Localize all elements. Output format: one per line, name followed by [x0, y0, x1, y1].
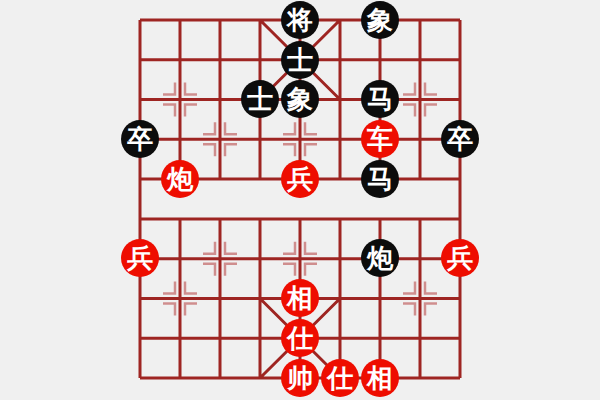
board-point-f1r5[interactable] — [160, 199, 200, 239]
red-soldier[interactable]: 兵 — [281, 160, 319, 198]
board-point-f8r4[interactable] — [440, 159, 480, 199]
board-point-f3r6[interactable] — [240, 239, 280, 279]
black-horse[interactable]: 马 — [361, 160, 399, 198]
board-point-f7r8[interactable] — [400, 318, 440, 358]
board-point-f5r4[interactable] — [320, 159, 360, 199]
board-point-f0r5[interactable] — [120, 199, 160, 239]
black-general[interactable]: 将 — [281, 1, 319, 39]
board-intersection-grid: 将象士士象马卒车卒炮兵马兵炮兵相仕帅仕相 — [120, 0, 480, 398]
board-point-f5r1[interactable] — [320, 40, 360, 80]
board-point-f7r6[interactable] — [400, 239, 440, 279]
board-point-f0r9[interactable] — [120, 358, 160, 398]
board-point-f3r4[interactable] — [240, 159, 280, 199]
board-point-f1r9[interactable] — [160, 358, 200, 398]
red-advisor[interactable]: 仕 — [281, 319, 319, 357]
board-point-f0r0[interactable] — [120, 0, 160, 40]
board-point-f1r1[interactable] — [160, 40, 200, 80]
board-point-f7r0[interactable] — [400, 0, 440, 40]
board-point-f1r0[interactable] — [160, 0, 200, 40]
board-point-f2r1[interactable] — [200, 40, 240, 80]
black-cannon[interactable]: 炮 — [361, 239, 399, 277]
red-general[interactable]: 帅 — [281, 359, 319, 397]
board-point-f1r3[interactable] — [160, 119, 200, 159]
board-point-f8r2[interactable] — [440, 80, 480, 120]
board-point-f0r2[interactable] — [120, 80, 160, 120]
board-point-f5r3[interactable] — [320, 119, 360, 159]
black-elephant[interactable]: 象 — [281, 80, 319, 118]
board-point-f7r7[interactable] — [400, 278, 440, 318]
board-point-f0r1[interactable] — [120, 40, 160, 80]
board-point-f1r8[interactable] — [160, 318, 200, 358]
board-point-f7r5[interactable] — [400, 199, 440, 239]
board-point-f3r3[interactable] — [240, 119, 280, 159]
board-point-f7r9[interactable] — [400, 358, 440, 398]
board-point-f8r7[interactable] — [440, 278, 480, 318]
board-point-f4r6[interactable] — [280, 239, 320, 279]
board-point-f5r2[interactable] — [320, 80, 360, 120]
board-point-f3r9[interactable] — [240, 358, 280, 398]
board-point-f8r0[interactable] — [440, 0, 480, 40]
black-advisor[interactable]: 士 — [241, 80, 279, 118]
board-point-f2r4[interactable] — [200, 159, 240, 199]
board-point-f3r1[interactable] — [240, 40, 280, 80]
board-point-f5r5[interactable] — [320, 199, 360, 239]
black-advisor[interactable]: 士 — [281, 41, 319, 79]
board-point-f1r6[interactable] — [160, 239, 200, 279]
board-point-f7r1[interactable] — [400, 40, 440, 80]
board-point-f4r3[interactable] — [280, 119, 320, 159]
board-point-f5r0[interactable] — [320, 0, 360, 40]
board-point-f6r5[interactable] — [360, 199, 400, 239]
black-soldier[interactable]: 卒 — [441, 120, 479, 158]
board-point-f0r8[interactable] — [120, 318, 160, 358]
board-point-f3r7[interactable] — [240, 278, 280, 318]
board-point-f4r5[interactable] — [280, 199, 320, 239]
board-point-f8r1[interactable] — [440, 40, 480, 80]
board-point-f7r2[interactable] — [400, 80, 440, 120]
board-point-f2r6[interactable] — [200, 239, 240, 279]
board-point-f7r3[interactable] — [400, 119, 440, 159]
board-point-f5r6[interactable] — [320, 239, 360, 279]
red-soldier[interactable]: 兵 — [441, 239, 479, 277]
red-soldier[interactable]: 兵 — [121, 239, 159, 277]
board-point-f8r9[interactable] — [440, 358, 480, 398]
board-point-f2r8[interactable] — [200, 318, 240, 358]
board-point-f0r4[interactable] — [120, 159, 160, 199]
board-point-f5r8[interactable] — [320, 318, 360, 358]
board-point-f1r2[interactable] — [160, 80, 200, 120]
board-point-f1r7[interactable] — [160, 278, 200, 318]
board-point-f2r2[interactable] — [200, 80, 240, 120]
board-point-f3r0[interactable] — [240, 0, 280, 40]
board-point-f8r5[interactable] — [440, 199, 480, 239]
xiangqi-board: 将象士士象马卒车卒炮兵马兵炮兵相仕帅仕相 — [0, 0, 600, 400]
board-point-f2r7[interactable] — [200, 278, 240, 318]
board-point-f2r0[interactable] — [200, 0, 240, 40]
black-soldier[interactable]: 卒 — [121, 120, 159, 158]
board-point-f6r8[interactable] — [360, 318, 400, 358]
board-point-f7r4[interactable] — [400, 159, 440, 199]
red-elephant[interactable]: 相 — [361, 359, 399, 397]
board-point-f6r1[interactable] — [360, 40, 400, 80]
red-cannon[interactable]: 炮 — [161, 160, 199, 198]
black-elephant[interactable]: 象 — [361, 1, 399, 39]
board-point-f8r8[interactable] — [440, 318, 480, 358]
board-point-f3r5[interactable] — [240, 199, 280, 239]
red-advisor[interactable]: 仕 — [321, 359, 359, 397]
board-point-f2r3[interactable] — [200, 119, 240, 159]
board-point-f5r7[interactable] — [320, 278, 360, 318]
black-horse[interactable]: 马 — [361, 80, 399, 118]
board-point-f6r7[interactable] — [360, 278, 400, 318]
board-point-f2r5[interactable] — [200, 199, 240, 239]
red-elephant[interactable]: 相 — [281, 279, 319, 317]
red-chariot[interactable]: 车 — [361, 120, 399, 158]
board-point-f2r9[interactable] — [200, 358, 240, 398]
board-point-f3r8[interactable] — [240, 318, 280, 358]
board-point-f0r7[interactable] — [120, 278, 160, 318]
